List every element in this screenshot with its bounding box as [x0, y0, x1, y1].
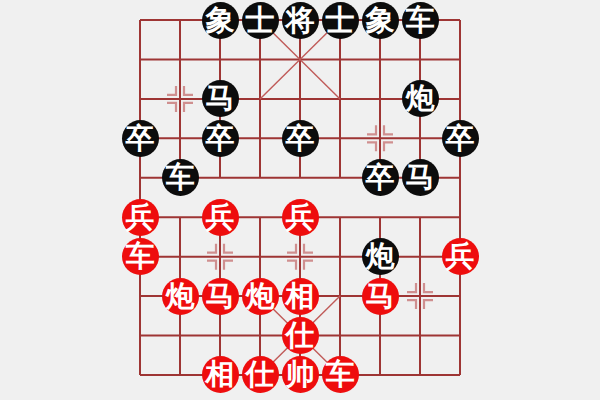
black-chariot[interactable]: 车 [402, 2, 439, 39]
red-soldier[interactable]: 兵 [282, 199, 319, 236]
red-soldier[interactable]: 兵 [122, 199, 159, 236]
black-horse[interactable]: 马 [202, 80, 239, 117]
piece-grid: 象士将士象车马炮卒卒卒卒车卒马炮兵兵兵车兵炮马炮相马仕相仕帅车 [120, 0, 480, 394]
red-elephant[interactable]: 相 [202, 356, 239, 393]
black-advisor[interactable]: 士 [242, 2, 279, 39]
black-elephant[interactable]: 象 [362, 2, 399, 39]
black-soldier[interactable]: 卒 [362, 159, 399, 196]
xiangqi-board: 象士将士象车马炮卒卒卒卒车卒马炮兵兵兵车兵炮马炮相马仕相仕帅车 [0, 0, 600, 400]
black-elephant[interactable]: 象 [202, 2, 239, 39]
red-soldier[interactable]: 兵 [202, 199, 239, 236]
red-chariot[interactable]: 车 [122, 238, 159, 275]
red-chariot[interactable]: 车 [322, 356, 359, 393]
red-elephant[interactable]: 相 [282, 278, 319, 315]
black-soldier[interactable]: 卒 [442, 120, 479, 157]
red-cannon[interactable]: 炮 [242, 278, 279, 315]
black-cannon[interactable]: 炮 [362, 238, 399, 275]
red-general[interactable]: 帅 [282, 356, 319, 393]
red-horse[interactable]: 马 [362, 278, 399, 315]
black-advisor[interactable]: 士 [322, 2, 359, 39]
black-chariot[interactable]: 车 [162, 159, 199, 196]
red-advisor[interactable]: 仕 [242, 356, 279, 393]
red-horse[interactable]: 马 [202, 278, 239, 315]
red-soldier[interactable]: 兵 [442, 238, 479, 275]
black-horse[interactable]: 马 [402, 159, 439, 196]
red-advisor[interactable]: 仕 [282, 317, 319, 354]
black-soldier[interactable]: 卒 [202, 120, 239, 157]
red-cannon[interactable]: 炮 [162, 278, 199, 315]
black-soldier[interactable]: 卒 [282, 120, 319, 157]
black-cannon[interactable]: 炮 [402, 80, 439, 117]
black-soldier[interactable]: 卒 [122, 120, 159, 157]
black-general[interactable]: 将 [282, 2, 319, 39]
